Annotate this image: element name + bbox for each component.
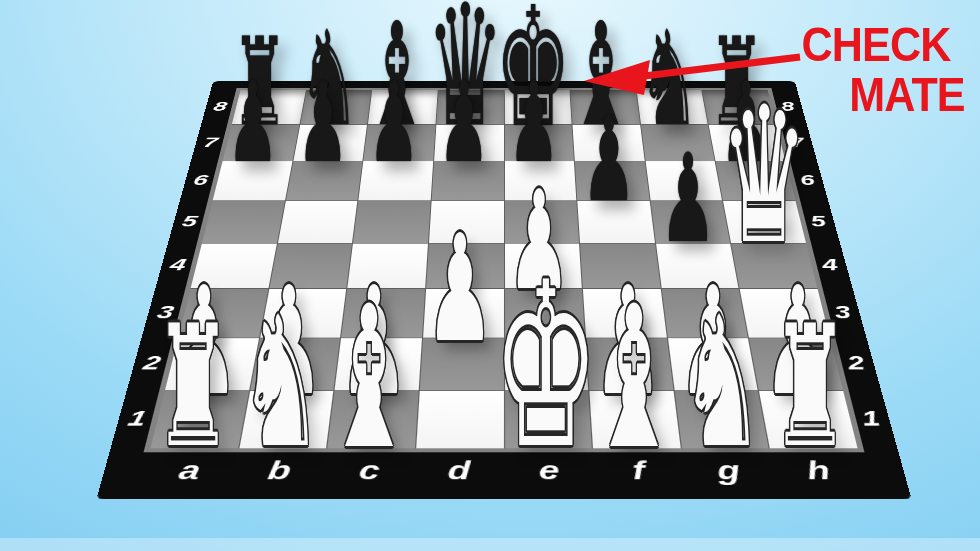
square-b5[interactable] [278,201,358,243]
checkmate-text-line1: CHECK [802,16,951,72]
square-a5[interactable] [202,201,285,243]
piece-white-rook-h1[interactable]: ♜ [810,304,960,472]
square-c5[interactable] [353,201,430,243]
background: 8877665544332211abcdefgh ♜♞♝♛♚♝♞♜♟♟♟♟♟♟♟… [0,0,980,551]
bottom-light-band [0,538,980,551]
checkmate-text-line2: MATE [849,66,964,122]
